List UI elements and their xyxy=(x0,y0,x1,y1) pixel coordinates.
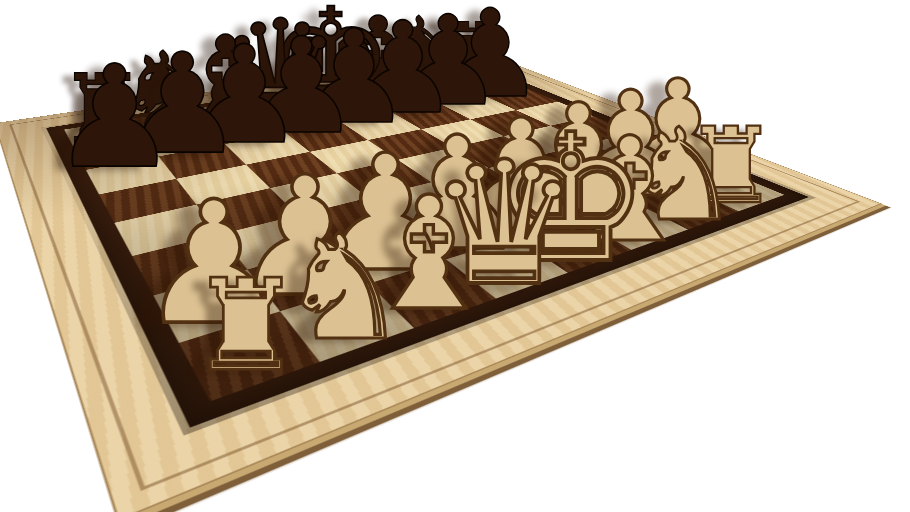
chessboard-scene: ♜♞♟♝♟♚♟♛♟♝♟♞♟♜♟♟♟♟♜♟♞♟♝♟♚♟♛♟♝♟♞♜ xyxy=(0,0,910,512)
piece-white-rook-a1[interactable]: ♜ xyxy=(190,263,303,389)
